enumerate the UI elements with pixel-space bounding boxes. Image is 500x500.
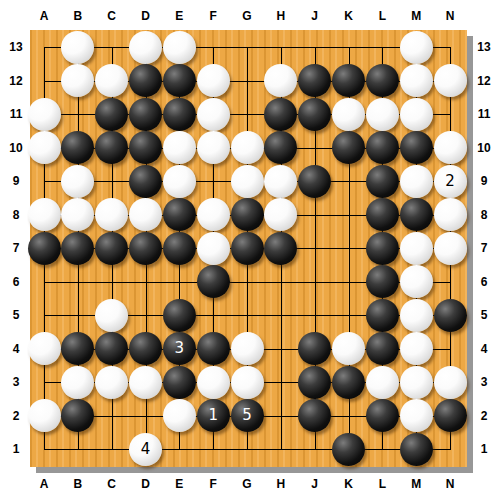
- stone-black-J11: [298, 98, 331, 131]
- stone-black-J4: [298, 332, 331, 365]
- stone-black-C10: [95, 131, 128, 164]
- column-label-top: H: [276, 9, 285, 23]
- stone-white-G10: [231, 131, 264, 164]
- stone-white-K4: [332, 332, 365, 365]
- column-label-bottom: H: [276, 477, 285, 491]
- stone-white-E9: [163, 165, 196, 198]
- stone-black-M10: [400, 131, 433, 164]
- stone-black-C11: [95, 98, 128, 131]
- stone-white-D13: [129, 31, 162, 64]
- stone-black-D9: [129, 165, 162, 198]
- grid-line-horizontal: [44, 449, 451, 450]
- stone-black-F4: [197, 332, 230, 365]
- stone-black-E7: [163, 232, 196, 265]
- stone-black-L9: [366, 165, 399, 198]
- column-label-bottom: L: [379, 477, 386, 491]
- stone-white-D8: [129, 198, 162, 231]
- row-label-left: 4: [13, 342, 20, 356]
- row-label-left: 2: [13, 409, 20, 423]
- stone-white-M12: [400, 64, 433, 97]
- stone-black-L7: [366, 232, 399, 265]
- stone-white-F11: [197, 98, 230, 131]
- column-label-top: N: [446, 9, 455, 23]
- stone-white-B12: [61, 64, 94, 97]
- stone-black-E11: [163, 98, 196, 131]
- stone-black-B4: [61, 332, 94, 365]
- stone-white-A2: [28, 399, 61, 432]
- row-label-right: 11: [478, 107, 491, 121]
- stone-black-M1: [400, 433, 433, 466]
- stone-black-J9: [298, 165, 331, 198]
- stone-black-L4: [366, 332, 399, 365]
- stone-white-M13: [400, 31, 433, 64]
- row-label-right: 8: [481, 208, 488, 222]
- column-label-top: K: [344, 9, 353, 23]
- stone-black-B2: [61, 399, 94, 432]
- stone-white-B3: [61, 366, 94, 399]
- stone-white-M6: [400, 265, 433, 298]
- stone-black-D11: [129, 98, 162, 131]
- row-label-left: 6: [13, 275, 20, 289]
- row-label-right: 2: [481, 409, 488, 423]
- column-label-top: C: [107, 9, 116, 23]
- row-label-left: 13: [9, 40, 22, 54]
- stone-black-J12: [298, 64, 331, 97]
- move-number: 5: [242, 408, 252, 423]
- stone-white-G3: [231, 366, 264, 399]
- stone-black-G7: [231, 232, 264, 265]
- row-label-left: 7: [13, 241, 20, 255]
- stone-white-F8: [197, 198, 230, 231]
- stone-white-M5: [400, 299, 433, 332]
- stone-black-M8: [400, 198, 433, 231]
- stone-white-N10: [434, 131, 467, 164]
- stone-white-D1: 4: [129, 433, 162, 466]
- row-label-right: 13: [477, 40, 490, 54]
- stone-white-E2: [163, 399, 196, 432]
- stone-black-F6: [197, 265, 230, 298]
- stone-white-D3: [129, 366, 162, 399]
- stone-black-K3: [332, 366, 365, 399]
- stone-white-M4: [400, 332, 433, 365]
- stone-black-E3: [163, 366, 196, 399]
- row-label-right: 4: [481, 342, 488, 356]
- stone-white-G4: [231, 332, 264, 365]
- stone-white-A10: [28, 131, 61, 164]
- row-label-right: 9: [481, 174, 488, 188]
- column-label-top: L: [379, 9, 386, 23]
- stone-white-B8: [61, 198, 94, 231]
- stone-white-F12: [197, 64, 230, 97]
- stone-white-M2: [400, 399, 433, 432]
- column-label-top: A: [40, 9, 49, 23]
- stone-white-F3: [197, 366, 230, 399]
- stone-white-C5: [95, 299, 128, 332]
- stone-white-L3: [366, 366, 399, 399]
- column-label-bottom: M: [411, 477, 421, 491]
- stone-white-B13: [61, 31, 94, 64]
- stone-black-J3: [298, 366, 331, 399]
- stone-black-L8: [366, 198, 399, 231]
- stone-white-N7: [434, 232, 467, 265]
- stone-black-J2: [298, 399, 331, 432]
- stone-black-N2: [434, 399, 467, 432]
- stone-white-M9: [400, 165, 433, 198]
- stone-white-H9: [264, 165, 297, 198]
- stone-white-C3: [95, 366, 128, 399]
- column-label-top: G: [242, 9, 251, 23]
- stone-white-H8: [264, 198, 297, 231]
- go-board-diagram: 23154 AABBCCDDEEFFGGHHJJKKLLMMNN13131212…: [0, 0, 500, 500]
- stone-black-D4: [129, 332, 162, 365]
- move-number: 4: [141, 442, 151, 457]
- row-label-right: 10: [477, 141, 490, 155]
- stone-black-F2: 1: [197, 399, 230, 432]
- stone-black-N5: [434, 299, 467, 332]
- stone-white-F10: [197, 131, 230, 164]
- column-label-bottom: N: [446, 477, 455, 491]
- stone-white-N8: [434, 198, 467, 231]
- column-label-bottom: D: [141, 477, 150, 491]
- stone-black-L5: [366, 299, 399, 332]
- stone-black-G2: 5: [231, 399, 264, 432]
- stone-white-L11: [366, 98, 399, 131]
- column-label-bottom: E: [175, 477, 183, 491]
- stone-black-D10: [129, 131, 162, 164]
- stone-black-A7: [28, 232, 61, 265]
- row-label-right: 3: [481, 375, 488, 389]
- column-label-bottom: A: [40, 477, 49, 491]
- stone-white-F7: [197, 232, 230, 265]
- stone-white-E10: [163, 131, 196, 164]
- row-label-left: 10: [9, 141, 22, 155]
- stone-black-K10: [332, 131, 365, 164]
- stone-white-A11: [28, 98, 61, 131]
- move-number: 3: [175, 341, 185, 356]
- stone-black-H11: [264, 98, 297, 131]
- stone-black-C4: [95, 332, 128, 365]
- stone-black-H7: [264, 232, 297, 265]
- stone-black-C7: [95, 232, 128, 265]
- stone-black-E5: [163, 299, 196, 332]
- stone-white-E13: [163, 31, 196, 64]
- stone-white-A8: [28, 198, 61, 231]
- row-label-right: 6: [481, 275, 488, 289]
- row-label-right: 7: [481, 241, 488, 255]
- stone-white-K11: [332, 98, 365, 131]
- stone-white-M7: [400, 232, 433, 265]
- stone-white-C12: [95, 64, 128, 97]
- row-label-right: 5: [481, 308, 488, 322]
- stone-black-B10: [61, 131, 94, 164]
- move-number: 2: [445, 174, 455, 189]
- row-label-left: 9: [13, 174, 20, 188]
- stone-black-K1: [332, 433, 365, 466]
- row-label-left: 12: [9, 74, 22, 88]
- stone-black-E12: [163, 64, 196, 97]
- stone-white-N9: 2: [434, 165, 467, 198]
- stone-white-N3: [434, 366, 467, 399]
- row-label-left: 5: [13, 308, 20, 322]
- column-label-top: E: [175, 9, 183, 23]
- stone-black-L12: [366, 64, 399, 97]
- stone-white-G9: [231, 165, 264, 198]
- column-label-top: M: [411, 9, 421, 23]
- stone-white-N12: [434, 64, 467, 97]
- row-label-left: 3: [13, 375, 20, 389]
- stone-white-M11: [400, 98, 433, 131]
- stone-white-A4: [28, 332, 61, 365]
- row-label-right: 1: [481, 442, 488, 456]
- column-label-bottom: C: [107, 477, 116, 491]
- column-label-bottom: G: [242, 477, 251, 491]
- stone-black-D7: [129, 232, 162, 265]
- stone-black-G8: [231, 198, 264, 231]
- stone-black-L6: [366, 265, 399, 298]
- stone-black-B7: [61, 232, 94, 265]
- column-label-top: D: [141, 9, 150, 23]
- row-label-left: 1: [13, 442, 20, 456]
- column-label-top: B: [73, 9, 82, 23]
- stone-black-D12: [129, 64, 162, 97]
- move-number: 1: [208, 408, 218, 423]
- stone-black-K12: [332, 64, 365, 97]
- column-label-bottom: F: [209, 477, 216, 491]
- stone-black-H10: [264, 131, 297, 164]
- row-label-right: 12: [477, 74, 490, 88]
- go-board[interactable]: 23154: [30, 30, 467, 467]
- stone-black-E4: 3: [163, 332, 196, 365]
- stone-black-L10: [366, 131, 399, 164]
- stone-black-E8: [163, 198, 196, 231]
- column-label-top: J: [311, 9, 318, 23]
- row-label-left: 11: [10, 107, 23, 121]
- stone-white-B9: [61, 165, 94, 198]
- column-label-bottom: K: [344, 477, 353, 491]
- stone-white-C8: [95, 198, 128, 231]
- stone-white-M3: [400, 366, 433, 399]
- column-label-top: F: [209, 9, 216, 23]
- column-label-bottom: J: [311, 477, 318, 491]
- stone-black-L2: [366, 399, 399, 432]
- column-label-bottom: B: [73, 477, 82, 491]
- row-label-left: 8: [13, 208, 20, 222]
- stone-white-H12: [264, 64, 297, 97]
